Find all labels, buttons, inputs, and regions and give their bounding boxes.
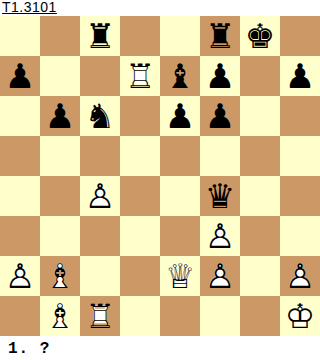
square-b2[interactable]: ♝♗	[40, 256, 80, 296]
square-g1[interactable]	[240, 296, 280, 336]
square-g8[interactable]: ♚	[240, 16, 280, 56]
chess-puzzle-window: T1.3101 ♜♜♚♟♜♖♝♟♟♟♞♟♟♟♙♛♟♙♟♙♝♗♛♕♟♙♟♙♝♗♜♖…	[0, 0, 320, 360]
square-g4[interactable]	[240, 176, 280, 216]
square-d7[interactable]: ♜♖	[120, 56, 160, 96]
square-e3[interactable]	[160, 216, 200, 256]
square-a3[interactable]	[0, 216, 40, 256]
white-queen: ♛	[160, 256, 200, 296]
square-h4[interactable]	[280, 176, 320, 216]
square-h1[interactable]: ♚♔	[280, 296, 320, 336]
square-e8[interactable]	[160, 16, 200, 56]
title-bar: T1.3101	[0, 0, 320, 16]
square-b3[interactable]	[40, 216, 80, 256]
square-f7[interactable]: ♟	[200, 56, 240, 96]
white-bishop: ♝	[40, 256, 80, 296]
square-d5[interactable]	[120, 136, 160, 176]
white-pawn-outline: ♙	[0, 256, 40, 296]
square-a4[interactable]	[0, 176, 40, 216]
square-g2[interactable]	[240, 256, 280, 296]
white-bishop: ♝	[40, 296, 80, 336]
square-b8[interactable]	[40, 16, 80, 56]
footer: 1. ?	[0, 336, 320, 360]
chess-board[interactable]: ♜♜♚♟♜♖♝♟♟♟♞♟♟♟♙♛♟♙♟♙♝♗♛♕♟♙♟♙♝♗♜♖♚♔	[0, 16, 320, 336]
square-e2[interactable]: ♛♕	[160, 256, 200, 296]
square-e1[interactable]	[160, 296, 200, 336]
square-a2[interactable]: ♟♙	[0, 256, 40, 296]
square-a8[interactable]	[0, 16, 40, 56]
square-e5[interactable]	[160, 136, 200, 176]
square-b5[interactable]	[40, 136, 80, 176]
move-prompt: 1. ?	[0, 340, 50, 358]
square-c4[interactable]: ♟♙	[80, 176, 120, 216]
black-bishop: ♝	[160, 56, 200, 96]
square-d8[interactable]	[120, 16, 160, 56]
square-f4[interactable]: ♛	[200, 176, 240, 216]
black-pawn: ♟	[280, 56, 320, 96]
square-h5[interactable]	[280, 136, 320, 176]
square-g5[interactable]	[240, 136, 280, 176]
square-g6[interactable]	[240, 96, 280, 136]
square-f5[interactable]	[200, 136, 240, 176]
square-b4[interactable]	[40, 176, 80, 216]
white-pawn-outline: ♙	[200, 216, 240, 256]
white-rook-outline: ♖	[80, 296, 120, 336]
square-b7[interactable]	[40, 56, 80, 96]
square-c5[interactable]	[80, 136, 120, 176]
square-d2[interactable]	[120, 256, 160, 296]
black-pawn: ♟	[40, 96, 80, 136]
square-c7[interactable]	[80, 56, 120, 96]
white-king: ♚	[280, 296, 320, 336]
white-pawn: ♟	[200, 256, 240, 296]
black-king: ♚	[240, 16, 280, 56]
white-rook: ♜	[120, 56, 160, 96]
white-queen-outline: ♕	[160, 256, 200, 296]
square-f6[interactable]: ♟	[200, 96, 240, 136]
square-h7[interactable]: ♟	[280, 56, 320, 96]
white-pawn: ♟	[0, 256, 40, 296]
white-king-outline: ♔	[280, 296, 320, 336]
white-pawn: ♟	[80, 176, 120, 216]
white-pawn-outline: ♙	[200, 256, 240, 296]
square-d6[interactable]	[120, 96, 160, 136]
square-h6[interactable]	[280, 96, 320, 136]
white-pawn-outline: ♙	[80, 176, 120, 216]
square-e4[interactable]	[160, 176, 200, 216]
black-queen: ♛	[200, 176, 240, 216]
square-e7[interactable]: ♝	[160, 56, 200, 96]
square-a6[interactable]	[0, 96, 40, 136]
square-c3[interactable]	[80, 216, 120, 256]
black-rook: ♜	[80, 16, 120, 56]
square-a1[interactable]	[0, 296, 40, 336]
square-a7[interactable]: ♟	[0, 56, 40, 96]
square-f3[interactable]: ♟♙	[200, 216, 240, 256]
square-c6[interactable]: ♞	[80, 96, 120, 136]
square-b6[interactable]: ♟	[40, 96, 80, 136]
white-pawn: ♟	[280, 256, 320, 296]
square-c1[interactable]: ♜♖	[80, 296, 120, 336]
square-g7[interactable]	[240, 56, 280, 96]
square-a5[interactable]	[0, 136, 40, 176]
white-bishop-outline: ♗	[40, 256, 80, 296]
black-pawn: ♟	[200, 96, 240, 136]
square-d4[interactable]	[120, 176, 160, 216]
square-h3[interactable]	[280, 216, 320, 256]
white-pawn-outline: ♙	[280, 256, 320, 296]
black-knight: ♞	[80, 96, 120, 136]
black-rook: ♜	[200, 16, 240, 56]
square-b1[interactable]: ♝♗	[40, 296, 80, 336]
black-pawn: ♟	[0, 56, 40, 96]
square-c8[interactable]: ♜	[80, 16, 120, 56]
square-g3[interactable]	[240, 216, 280, 256]
white-rook-outline: ♖	[120, 56, 160, 96]
square-f2[interactable]: ♟♙	[200, 256, 240, 296]
square-f1[interactable]	[200, 296, 240, 336]
white-pawn: ♟	[200, 216, 240, 256]
square-h8[interactable]	[280, 16, 320, 56]
square-d3[interactable]	[120, 216, 160, 256]
puzzle-id: T1.3101	[0, 0, 57, 15]
square-d1[interactable]	[120, 296, 160, 336]
black-pawn: ♟	[160, 96, 200, 136]
black-pawn: ♟	[200, 56, 240, 96]
square-h2[interactable]: ♟♙	[280, 256, 320, 296]
square-e6[interactable]: ♟	[160, 96, 200, 136]
square-c2[interactable]	[80, 256, 120, 296]
white-rook: ♜	[80, 296, 120, 336]
square-f8[interactable]: ♜	[200, 16, 240, 56]
white-bishop-outline: ♗	[40, 296, 80, 336]
